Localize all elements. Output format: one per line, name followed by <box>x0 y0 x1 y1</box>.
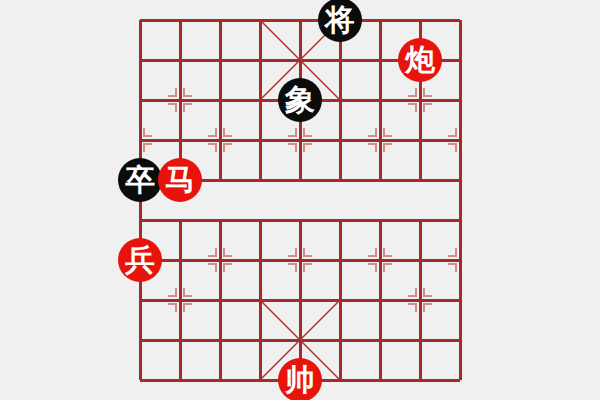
red-cannon[interactable]: 炮 <box>398 38 442 82</box>
pieces-layer: 将炮象卒马兵帅 <box>120 0 480 400</box>
black-elephant[interactable]: 象 <box>278 78 322 122</box>
xiangqi-board: 将炮象卒马兵帅 <box>0 0 600 400</box>
black-soldier[interactable]: 卒 <box>118 158 162 202</box>
red-general[interactable]: 帅 <box>278 358 322 400</box>
red-soldier[interactable]: 兵 <box>118 238 162 282</box>
red-horse[interactable]: 马 <box>158 158 202 202</box>
black-general[interactable]: 将 <box>318 0 362 42</box>
